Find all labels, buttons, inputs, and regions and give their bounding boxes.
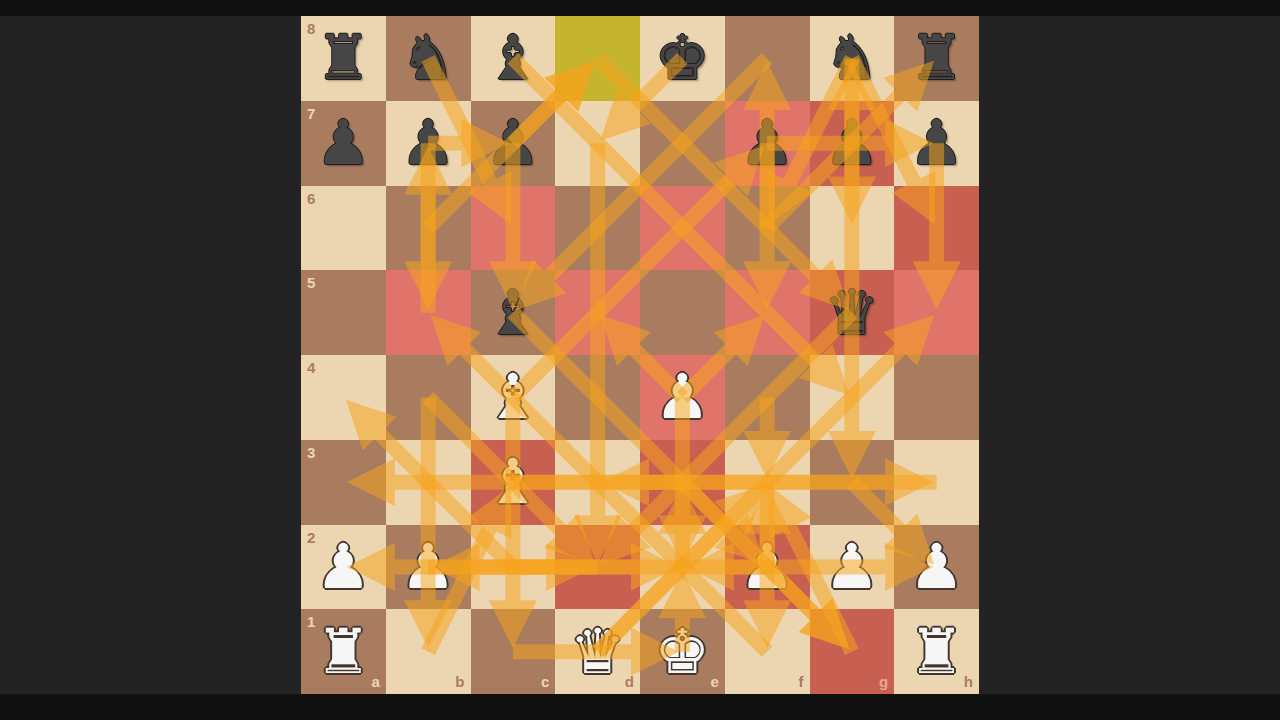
square-e3[interactable] [640, 440, 725, 525]
square-a6[interactable]: 6 [301, 186, 386, 271]
piece-white-pawn[interactable]: ♟ [909, 536, 965, 598]
file-label: g [879, 674, 888, 689]
rank-label: 5 [307, 275, 315, 290]
piece-black-bishop[interactable]: ♝ [485, 282, 541, 344]
letterbox-bottom [0, 694, 1280, 720]
piece-black-rook[interactable]: ♜ [316, 27, 372, 89]
file-label: a [371, 674, 379, 689]
piece-white-king[interactable]: ♚ [655, 621, 711, 683]
piece-black-rook[interactable]: ♜ [909, 27, 965, 89]
file-label: c [541, 674, 549, 689]
square-c8[interactable]: ♝ [471, 16, 556, 101]
square-b2[interactable]: ♟ [386, 525, 471, 610]
square-h2[interactable]: ♟ [894, 525, 979, 610]
square-b8[interactable]: ♞ [386, 16, 471, 101]
square-g7[interactable]: ♟ [810, 101, 895, 186]
letterbox-top [0, 0, 1280, 16]
square-e5[interactable] [640, 270, 725, 355]
piece-white-pawn[interactable]: ♟ [739, 536, 795, 598]
square-d8[interactable] [555, 16, 640, 101]
square-a3[interactable]: 3 [301, 440, 386, 525]
square-b1[interactable]: b [386, 609, 471, 694]
square-c2[interactable] [471, 525, 556, 610]
piece-black-pawn[interactable]: ♟ [485, 112, 541, 174]
piece-black-pawn[interactable]: ♟ [824, 112, 880, 174]
square-d7[interactable] [555, 101, 640, 186]
square-c4[interactable]: ♝ [471, 355, 556, 440]
square-g8[interactable]: ♞ [810, 16, 895, 101]
square-f5[interactable] [725, 270, 810, 355]
square-e4[interactable]: ♟ [640, 355, 725, 440]
piece-white-pawn[interactable]: ♟ [316, 536, 372, 598]
square-d1[interactable]: d♛ [555, 609, 640, 694]
square-c5[interactable]: ♝ [471, 270, 556, 355]
square-g5[interactable]: ♛ [810, 270, 895, 355]
square-h4[interactable] [894, 355, 979, 440]
file-label: h [964, 674, 973, 689]
square-d6[interactable] [555, 186, 640, 271]
square-e6[interactable] [640, 186, 725, 271]
piece-black-knight[interactable]: ♞ [824, 27, 880, 89]
rank-label: 2 [307, 530, 315, 545]
square-h5[interactable] [894, 270, 979, 355]
square-d3[interactable] [555, 440, 640, 525]
square-g3[interactable] [810, 440, 895, 525]
square-d4[interactable] [555, 355, 640, 440]
piece-black-pawn[interactable]: ♟ [739, 112, 795, 174]
square-c7[interactable]: ♟ [471, 101, 556, 186]
square-b7[interactable]: ♟ [386, 101, 471, 186]
rank-label: 4 [307, 360, 315, 375]
square-b5[interactable] [386, 270, 471, 355]
square-f7[interactable]: ♟ [725, 101, 810, 186]
file-label: d [625, 674, 634, 689]
square-d5[interactable] [555, 270, 640, 355]
square-g4[interactable] [810, 355, 895, 440]
square-a5[interactable]: 5 [301, 270, 386, 355]
piece-white-pawn[interactable]: ♟ [400, 536, 456, 598]
rank-label: 8 [307, 21, 315, 36]
square-c1[interactable]: c [471, 609, 556, 694]
square-a7[interactable]: 7♟ [301, 101, 386, 186]
piece-black-knight[interactable]: ♞ [400, 27, 456, 89]
file-label: e [710, 674, 718, 689]
square-d2[interactable] [555, 525, 640, 610]
piece-white-rook[interactable]: ♜ [316, 621, 372, 683]
square-f6[interactable] [725, 186, 810, 271]
square-g6[interactable] [810, 186, 895, 271]
piece-black-bishop[interactable]: ♝ [485, 27, 541, 89]
square-c3[interactable]: ♝ [471, 440, 556, 525]
file-label: f [799, 674, 804, 689]
square-e2[interactable] [640, 525, 725, 610]
square-h3[interactable] [894, 440, 979, 525]
square-b3[interactable] [386, 440, 471, 525]
piece-white-pawn[interactable]: ♟ [824, 536, 880, 598]
rank-label: 1 [307, 614, 315, 629]
square-h6[interactable] [894, 186, 979, 271]
square-f3[interactable] [725, 440, 810, 525]
square-e7[interactable] [640, 101, 725, 186]
rank-label: 7 [307, 106, 315, 121]
chess-board: 8♜♞♝♚♞♜7♟♟♟♟♟♟65♝♛4♝♟3♝2♟♟♟♟♟1a♜bcd♛e♚fg… [301, 16, 979, 694]
square-b4[interactable] [386, 355, 471, 440]
square-h1[interactable]: h♜ [894, 609, 979, 694]
file-label: b [455, 674, 464, 689]
square-a2[interactable]: 2♟ [301, 525, 386, 610]
square-e8[interactable]: ♚ [640, 16, 725, 101]
piece-black-pawn[interactable]: ♟ [909, 112, 965, 174]
rank-label: 6 [307, 191, 315, 206]
square-a4[interactable]: 4 [301, 355, 386, 440]
square-h7[interactable]: ♟ [894, 101, 979, 186]
square-f8[interactable] [725, 16, 810, 101]
piece-white-rook[interactable]: ♜ [909, 621, 965, 683]
square-g2[interactable]: ♟ [810, 525, 895, 610]
piece-white-queen[interactable]: ♛ [570, 621, 626, 683]
piece-black-pawn[interactable]: ♟ [400, 112, 456, 174]
square-f4[interactable] [725, 355, 810, 440]
square-b6[interactable] [386, 186, 471, 271]
piece-white-bishop[interactable]: ♝ [485, 366, 541, 428]
square-c6[interactable] [471, 186, 556, 271]
piece-white-pawn[interactable]: ♟ [655, 366, 711, 428]
rank-label: 3 [307, 445, 315, 460]
square-f1[interactable]: f [725, 609, 810, 694]
piece-black-queen[interactable]: ♛ [824, 282, 880, 344]
square-h8[interactable]: ♜ [894, 16, 979, 101]
square-g1[interactable]: g [810, 609, 895, 694]
piece-black-pawn[interactable]: ♟ [316, 112, 372, 174]
piece-black-king[interactable]: ♚ [655, 27, 711, 89]
square-a8[interactable]: 8♜ [301, 16, 386, 101]
square-e1[interactable]: e♚ [640, 609, 725, 694]
square-f2[interactable]: ♟ [725, 525, 810, 610]
piece-white-bishop[interactable]: ♝ [485, 451, 541, 513]
square-a1[interactable]: 1a♜ [301, 609, 386, 694]
